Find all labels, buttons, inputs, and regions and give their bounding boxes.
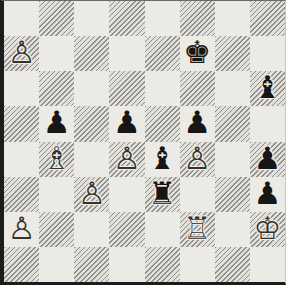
white-king-h2: ♔ [254, 213, 282, 244]
square-e5[interactable] [145, 106, 180, 141]
black-pawn-d5: ♟ [113, 107, 141, 138]
chess-board: ♙♚♝♟♟♟♗♙♝♙♟♙♜♟♙♖♔ [0, 0, 286, 285]
square-e1[interactable] [145, 247, 180, 282]
black-rook-e3: ♜ [148, 178, 176, 209]
square-f8[interactable] [180, 1, 215, 36]
square-d8[interactable] [109, 1, 144, 36]
square-c1[interactable] [74, 247, 109, 282]
black-pawn-b5: ♟ [43, 107, 71, 138]
square-h1[interactable] [250, 247, 285, 282]
square-g6[interactable] [215, 71, 250, 106]
square-a8[interactable] [4, 1, 39, 36]
black-pawn-f5: ♟ [183, 107, 211, 138]
square-d4[interactable]: ♙ [109, 142, 144, 177]
square-a6[interactable] [4, 71, 39, 106]
square-c4[interactable] [74, 142, 109, 177]
black-pawn-h4: ♟ [254, 143, 282, 174]
square-h3[interactable]: ♟ [250, 177, 285, 212]
square-b6[interactable] [39, 71, 74, 106]
square-g2[interactable] [215, 212, 250, 247]
square-d1[interactable] [109, 247, 144, 282]
square-e4[interactable]: ♝ [145, 142, 180, 177]
black-bishop-h6: ♝ [254, 72, 282, 103]
square-g7[interactable] [215, 36, 250, 71]
square-g1[interactable] [215, 247, 250, 282]
square-e3[interactable]: ♜ [145, 177, 180, 212]
square-e2[interactable] [145, 212, 180, 247]
square-d3[interactable] [109, 177, 144, 212]
square-e7[interactable] [145, 36, 180, 71]
white-pawn-c3: ♙ [78, 178, 106, 209]
white-pawn-d4: ♙ [113, 143, 141, 174]
square-c7[interactable] [74, 36, 109, 71]
square-f2[interactable]: ♖ [180, 212, 215, 247]
square-g8[interactable] [215, 1, 250, 36]
square-c8[interactable] [74, 1, 109, 36]
square-h2[interactable]: ♔ [250, 212, 285, 247]
square-a3[interactable] [4, 177, 39, 212]
square-g3[interactable] [215, 177, 250, 212]
square-a7[interactable]: ♙ [4, 36, 39, 71]
square-d5[interactable]: ♟ [109, 106, 144, 141]
square-e8[interactable] [145, 1, 180, 36]
square-b5[interactable]: ♟ [39, 106, 74, 141]
square-c5[interactable] [74, 106, 109, 141]
square-g4[interactable] [215, 142, 250, 177]
square-b3[interactable] [39, 177, 74, 212]
black-king-f7: ♚ [183, 37, 211, 68]
square-h8[interactable] [250, 1, 285, 36]
square-f7[interactable]: ♚ [180, 36, 215, 71]
square-b7[interactable] [39, 36, 74, 71]
square-h5[interactable] [250, 106, 285, 141]
square-c3[interactable]: ♙ [74, 177, 109, 212]
square-a5[interactable] [4, 106, 39, 141]
square-b8[interactable] [39, 1, 74, 36]
square-c6[interactable] [74, 71, 109, 106]
square-g5[interactable] [215, 106, 250, 141]
square-f5[interactable]: ♟ [180, 106, 215, 141]
square-f6[interactable] [180, 71, 215, 106]
white-pawn-f4: ♙ [183, 143, 211, 174]
black-bishop-e4: ♝ [148, 143, 176, 174]
square-f4[interactable]: ♙ [180, 142, 215, 177]
square-h4[interactable]: ♟ [250, 142, 285, 177]
square-b1[interactable] [39, 247, 74, 282]
white-bishop-b4: ♗ [43, 143, 71, 174]
square-c2[interactable] [74, 212, 109, 247]
white-rook-f2: ♖ [183, 213, 211, 244]
black-pawn-h3: ♟ [254, 178, 282, 209]
square-d2[interactable] [109, 212, 144, 247]
square-a1[interactable] [4, 247, 39, 282]
square-f1[interactable] [180, 247, 215, 282]
square-h7[interactable] [250, 36, 285, 71]
square-f3[interactable] [180, 177, 215, 212]
square-d7[interactable] [109, 36, 144, 71]
square-b2[interactable] [39, 212, 74, 247]
square-b4[interactable]: ♗ [39, 142, 74, 177]
square-e6[interactable] [145, 71, 180, 106]
square-a2[interactable]: ♙ [4, 212, 39, 247]
square-d6[interactable] [109, 71, 144, 106]
white-pawn-a2: ♙ [8, 213, 36, 244]
square-h6[interactable]: ♝ [250, 71, 285, 106]
square-a4[interactable] [4, 142, 39, 177]
white-pawn-a7: ♙ [8, 37, 36, 68]
